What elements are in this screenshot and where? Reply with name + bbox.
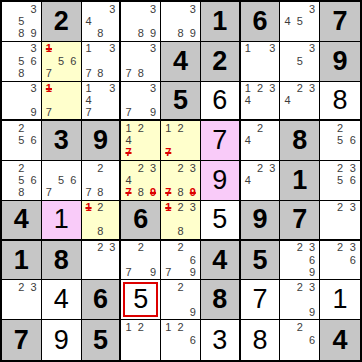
cell-r6c5[interactable]: 1238 [161,201,201,241]
candidate-2: 2 [94,242,106,254]
candidate-7: 7 [43,106,55,118]
candidate-4: 4 [242,94,254,106]
solved-digit: 9 [54,327,69,354]
given-digit: 9 [333,48,348,75]
given-digit: 1 [212,8,227,35]
cell-r9c7[interactable]: 8 [241,320,281,360]
candidate-2: 2 [174,202,186,214]
cell-r3c8[interactable]: 234 [280,82,320,122]
cell-r4c8[interactable]: 8 [280,121,320,161]
candidate-6: 6 [346,135,359,147]
cell-r5c1[interactable]: 2568 [2,161,42,201]
candidate-8: 8 [94,187,106,199]
cell-r4c2[interactable]: 3 [42,121,82,161]
cell-r2c5[interactable]: 4 [161,42,201,82]
pencilmarks: 23789 [162,162,199,199]
cell-r9c2[interactable]: 9 [42,320,82,360]
candidate-7: 7 [122,106,134,118]
cell-r3c3[interactable]: 1347 [82,82,122,122]
given-digit: 7 [292,206,307,233]
candidate-2: 2 [135,321,147,334]
pencilmarks: 2356 [321,162,359,199]
cell-r3c9[interactable]: 8 [320,82,360,122]
cell-r6c4[interactable]: 6 [121,201,161,241]
candidate-2: 2 [15,162,27,174]
given-digit: 8 [292,127,307,154]
candidate-3: 3 [306,281,318,293]
candidate-7: 7 [122,67,134,79]
pencilmarks: 127 [162,122,199,159]
candidate-3: 3 [306,3,318,15]
cell-r1c7[interactable]: 6 [241,2,281,42]
cell-r5c6[interactable]: 9 [201,161,241,201]
cell-r1c8[interactable]: 345 [280,2,320,42]
candidate-3: 3 [106,43,118,55]
cell-r7c9[interactable]: 236 [320,241,360,281]
cell-r3c2[interactable]: 17 [42,82,82,122]
cell-r6c8[interactable]: 7 [280,201,320,241]
pencilmarks: 278 [83,162,119,199]
candidate-3: 3 [306,83,318,95]
cell-r8c6[interactable]: 8 [201,280,241,320]
candidate-3: 3 [346,202,359,214]
cell-r7c2[interactable]: 8 [42,241,82,281]
candidate-8: 8 [135,28,147,40]
eliminated-candidate-9: 9 [147,187,159,199]
cell-r7c6[interactable]: 4 [201,241,241,281]
candidate-2: 2 [174,281,186,293]
cell-r8c7[interactable]: 7 [241,280,281,320]
candidate-1: 1 [162,321,174,334]
pencilmarks: 1247 [122,122,159,159]
candidate-9: 9 [147,266,159,278]
cell-r9c3[interactable]: 5 [82,320,122,360]
pencilmarks: 279 [122,242,159,279]
cell-r2c1[interactable]: 3568 [2,42,42,82]
pencilmarks: 128 [83,202,119,238]
pencilmarks: 1378 [83,43,119,80]
candidate-2: 2 [174,321,186,334]
pencilmarks: 1238 [162,202,199,238]
cell-r4c9[interactable]: 256 [320,121,360,161]
candidate-4: 4 [83,94,95,106]
candidate-7: 7 [122,266,134,278]
pencilmarks: 29 [162,281,199,318]
candidate-8: 8 [94,28,106,40]
cell-r1c4[interactable]: 389 [121,2,161,42]
pencilmarks: 23 [321,202,359,238]
cell-r1c6[interactable]: 1 [201,2,241,42]
candidate-9: 9 [28,28,40,40]
pencilmarks: 2568 [3,162,40,199]
candidate-2: 2 [94,162,106,174]
cell-r2c7[interactable]: 13 [241,42,281,82]
cell-r2c9[interactable]: 9 [320,42,360,82]
candidate-2: 2 [135,162,147,174]
candidate-3: 3 [28,83,40,95]
cell-r7c4[interactable]: 279 [121,241,161,281]
candidate-6: 6 [67,55,79,67]
candidate-3: 3 [187,202,199,214]
candidate-2: 2 [15,122,27,134]
candidate-4: 4 [281,15,293,27]
cell-r8c4[interactable]: 5 [121,280,161,320]
cell-r6c6[interactable]: 5 [201,201,241,241]
candidate-2: 2 [174,162,186,174]
candidate-7: 7 [43,187,55,199]
solved-digit: 7 [253,286,268,313]
cell-r6c9[interactable]: 23 [320,201,360,241]
pencilmarks: 256 [321,122,359,159]
candidate-3: 3 [28,3,40,15]
pencilmarks: 345 [281,3,318,40]
candidate-6: 6 [187,334,199,347]
candidate-3: 3 [147,3,159,15]
cell-r8c1[interactable]: 23 [2,280,42,320]
candidate-7: 7 [83,67,95,79]
candidate-6: 6 [187,254,199,266]
given-digit: 3 [54,127,69,154]
pencilmarks: 389 [122,3,159,40]
cell-r9c9[interactable]: 4 [320,320,360,360]
solved-digit: 5 [212,206,227,233]
cell-r4c3[interactable]: 9 [82,121,122,161]
candidate-2: 2 [15,281,27,293]
candidate-2: 2 [334,122,347,134]
pencilmarks: 379 [122,83,159,119]
pencilmarks: 234 [281,83,318,119]
cell-r5c9[interactable]: 2356 [320,161,360,201]
cell-r6c3[interactable]: 128 [82,201,122,241]
eliminated-candidate-7: 7 [122,187,134,199]
given-digit: 6 [133,206,148,233]
candidate-3: 3 [106,242,118,254]
cell-r9c4[interactable]: 12 [121,320,161,360]
pencilmarks: 17 [43,83,80,119]
given-digit: 7 [333,8,348,35]
cell-r6c2[interactable]: 1 [42,201,82,241]
candidate-2: 2 [174,122,186,134]
given-digit: 7 [14,327,29,354]
pencilmarks: 2369 [281,242,318,279]
candidate-6: 6 [306,254,318,266]
candidate-8: 8 [174,187,186,199]
cell-r6c7[interactable]: 9 [241,201,281,241]
pencilmarks: 378 [122,43,159,80]
cell-r8c3[interactable]: 6 [82,280,122,320]
cell-r5c4[interactable]: 234789 [121,161,161,201]
cell-r1c9[interactable]: 7 [320,2,360,42]
candidate-5: 5 [15,55,27,67]
cell-r4c4[interactable]: 1247 [121,121,161,161]
candidate-6: 6 [28,174,40,186]
cell-r3c6[interactable]: 6 [201,82,241,122]
candidate-6: 6 [306,334,318,347]
candidate-9: 9 [187,28,199,40]
candidate-1: 1 [242,83,254,95]
candidate-5: 5 [55,174,67,186]
candidate-9: 9 [187,306,199,318]
candidate-9: 9 [306,266,318,278]
cell-r8c2[interactable]: 4 [42,280,82,320]
candidate-2: 2 [294,281,306,293]
candidate-8: 8 [94,226,106,238]
pencilmarks: 3589 [3,3,40,40]
cell-r5c7[interactable]: 234 [241,161,281,201]
candidate-1: 1 [162,122,174,134]
pencilmarks: 23 [3,281,40,318]
cell-r5c2[interactable]: 567 [42,161,82,201]
candidate-2: 2 [254,83,266,95]
cell-r3c4[interactable]: 379 [121,82,161,122]
candidate-4: 4 [281,94,293,106]
cell-r3c5[interactable]: 5 [161,82,201,122]
candidate-2: 2 [135,242,147,254]
candidate-3: 3 [28,281,40,293]
sudoku-board: 3589234838938916345735681567137837842133… [0,0,362,362]
cell-r8c9[interactable]: 1 [320,280,360,320]
given-digit: 8 [54,247,69,274]
solved-digit: 6 [212,87,227,114]
cell-r7c7[interactable]: 5 [241,241,281,281]
pencilmarks: 26 [281,321,318,359]
given-digit: 4 [333,327,348,354]
eliminated-candidate-7: 7 [162,147,174,159]
eliminated-candidate-7: 7 [162,187,174,199]
cell-r1c3[interactable]: 348 [82,2,122,42]
candidate-2: 2 [94,202,106,214]
candidate-5: 5 [55,55,67,67]
candidate-1: 1 [83,43,95,55]
solved-digit: 8 [253,327,268,354]
candidate-8: 8 [94,67,106,79]
candidate-5: 5 [334,174,347,186]
pencilmarks: 1234 [242,83,279,119]
candidate-3: 3 [266,83,278,95]
given-digit: 2 [212,48,227,75]
candidate-6: 6 [67,174,79,186]
pencilmarks: 1567 [43,43,80,80]
given-digit: 4 [212,247,227,274]
candidate-5: 5 [15,174,27,186]
candidate-3: 3 [147,83,159,95]
given-digit: 5 [93,327,108,354]
cell-r4c1[interactable]: 256 [2,121,42,161]
cell-r5c5[interactable]: 23789 [161,161,201,201]
cell-r2c8[interactable]: 35 [280,42,320,82]
cell-r7c8[interactable]: 2369 [280,241,320,281]
cell-r7c1[interactable]: 1 [2,241,42,281]
candidate-1: 1 [122,321,134,334]
candidate-9: 9 [28,106,40,118]
candidate-2: 2 [135,122,147,134]
pencilmarks: 12 [122,321,159,359]
candidate-9: 9 [187,266,199,278]
eliminated-candidate-1: 1 [43,43,55,55]
candidate-3: 3 [266,43,278,55]
pencilmarks: 24 [242,122,279,159]
cell-r1c5[interactable]: 389 [161,2,201,42]
candidate-1: 1 [122,122,134,134]
candidate-5: 5 [294,15,306,27]
given-digit: 5 [253,247,268,274]
candidate-5: 5 [15,135,27,147]
cell-r8c8[interactable]: 239 [280,280,320,320]
given-digit: 6 [253,8,268,35]
candidate-3: 3 [106,83,118,95]
cell-r1c2[interactable]: 2 [42,2,82,42]
pencilmarks: 13 [242,43,279,80]
pencilmarks: 35 [281,43,318,80]
candidate-8: 8 [15,28,27,40]
eliminated-candidate-1: 1 [162,202,174,214]
solved-digit: 9 [212,167,227,194]
pencilmarks: 1347 [83,83,119,119]
candidate-2: 2 [294,321,306,334]
cell-r8c5[interactable]: 29 [161,280,201,320]
candidate-6: 6 [346,254,359,266]
pencilmarks: 348 [83,3,119,40]
solved-digit: 4 [54,286,69,313]
candidate-8: 8 [174,28,186,40]
solved-digit: 5 [133,286,148,313]
cell-r9c1[interactable]: 7 [2,320,42,360]
eliminated-candidate-1: 1 [83,202,95,214]
solved-digit: 8 [333,87,348,114]
pencilmarks: 256 [3,122,40,159]
given-digit: 4 [14,206,29,233]
cell-r2c4[interactable]: 378 [121,42,161,82]
cell-r7c3[interactable]: 23 [82,241,122,281]
cell-r7c5[interactable]: 2679 [161,241,201,281]
given-digit: 4 [173,48,188,75]
given-digit: 9 [93,127,108,154]
candidate-1: 1 [83,83,95,95]
candidate-4: 4 [122,135,134,147]
candidate-2: 2 [334,162,347,174]
solved-digit: 7 [212,127,227,154]
candidate-5: 5 [294,55,306,67]
candidate-4: 4 [242,135,254,147]
candidate-8: 8 [15,187,27,199]
candidate-7: 7 [83,106,95,118]
cell-r1c1[interactable]: 3589 [2,2,42,42]
given-digit: 2 [54,8,69,35]
cell-r4c5[interactable]: 127 [161,121,201,161]
candidate-5: 5 [15,15,27,27]
candidate-3: 3 [106,3,118,15]
given-digit: 9 [253,206,268,233]
candidate-6: 6 [28,135,40,147]
cell-r9c6[interactable]: 3 [201,320,241,360]
cell-r2c2[interactable]: 1567 [42,42,82,82]
candidate-2: 2 [174,242,186,254]
cell-r5c3[interactable]: 278 [82,161,122,201]
given-digit: 1 [292,167,307,194]
candidate-2: 2 [294,242,306,254]
candidate-8: 8 [174,226,186,238]
candidate-7: 7 [43,67,55,79]
pencilmarks: 2679 [162,242,199,279]
cell-r4c7[interactable]: 24 [241,121,281,161]
pencilmarks: 389 [162,3,199,40]
candidate-4: 4 [242,174,254,186]
candidate-1: 1 [242,43,254,55]
pencilmarks: 3568 [3,43,40,80]
pencilmarks: 23 [83,242,119,279]
cell-r6c1[interactable]: 4 [2,201,42,241]
candidate-2: 2 [294,83,306,95]
given-digit: 6 [93,286,108,313]
pencilmarks: 239 [281,281,318,318]
candidate-3: 3 [28,43,40,55]
cell-r3c7[interactable]: 1234 [241,82,281,122]
candidate-3: 3 [306,242,318,254]
candidate-3: 3 [346,162,359,174]
solved-digit: 1 [54,206,69,233]
candidate-6: 6 [28,55,40,67]
candidate-4: 4 [83,15,95,27]
candidate-3: 3 [187,3,199,15]
cell-r3c1[interactable]: 39 [2,82,42,122]
candidate-9: 9 [147,106,159,118]
candidate-3: 3 [187,162,199,174]
candidate-9: 9 [147,28,159,40]
given-digit: 5 [173,87,188,114]
candidate-2: 2 [334,202,347,214]
cell-r9c8[interactable]: 26 [280,320,320,360]
pencilmarks: 234789 [122,162,159,199]
cell-r5c8[interactable]: 1 [280,161,320,201]
candidate-3: 3 [306,43,318,55]
candidate-9: 9 [306,306,318,318]
candidate-3: 3 [266,162,278,174]
candidate-7: 7 [162,266,174,278]
solved-digit: 1 [333,286,348,313]
candidate-3: 3 [147,162,159,174]
pencilmarks: 236 [321,242,359,279]
candidate-8: 8 [15,67,27,79]
candidate-5: 5 [334,135,347,147]
pencilmarks: 234 [242,162,279,199]
candidate-6: 6 [346,174,359,186]
cell-r2c6[interactable]: 2 [201,42,241,82]
given-digit: 1 [14,247,29,274]
cell-r2c3[interactable]: 1378 [82,42,122,82]
cell-r9c5[interactable]: 126 [161,320,201,360]
pencilmarks: 39 [3,83,40,119]
candidate-2: 2 [254,122,266,134]
eliminated-candidate-1: 1 [43,83,55,95]
solved-digit: 3 [212,327,227,354]
given-digit: 8 [212,286,227,313]
candidate-8: 8 [135,67,147,79]
eliminated-candidate-9: 9 [187,187,199,199]
candidate-8: 8 [135,187,147,199]
candidate-3: 3 [346,242,359,254]
candidate-2: 2 [334,242,347,254]
eliminated-candidate-7: 7 [122,147,134,159]
candidate-3: 3 [147,43,159,55]
pencilmarks: 126 [162,321,199,359]
candidate-4: 4 [122,174,134,186]
pencilmarks: 567 [43,162,80,199]
cell-r4c6[interactable]: 7 [201,121,241,161]
candidate-2: 2 [254,162,266,174]
candidate-7: 7 [83,187,95,199]
